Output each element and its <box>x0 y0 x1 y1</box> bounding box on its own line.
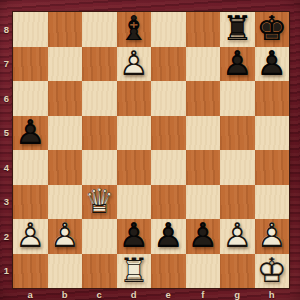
square-g1[interactable] <box>220 254 255 289</box>
white-pawn-outline: ♙ <box>13 218 48 253</box>
white-queen-outline: ♕ <box>82 183 117 218</box>
rank-label-2: 2 <box>0 219 13 254</box>
white-pawn-outline: ♙ <box>48 218 83 253</box>
square-h1[interactable]: ♚♔ <box>255 254 290 289</box>
square-f4[interactable] <box>186 150 221 185</box>
square-b4[interactable] <box>48 150 83 185</box>
square-a5[interactable]: ♟♙ <box>13 116 48 151</box>
square-e1[interactable] <box>151 254 186 289</box>
square-g2[interactable]: ♟♙ <box>220 219 255 254</box>
square-f1[interactable] <box>186 254 221 289</box>
white-pawn[interactable]: ♟♙ <box>48 219 83 254</box>
square-e8[interactable] <box>151 12 186 47</box>
white-rook-outline: ♖ <box>117 252 152 287</box>
square-c7[interactable] <box>82 47 117 82</box>
square-f7[interactable] <box>186 47 221 82</box>
square-f8[interactable] <box>186 12 221 47</box>
black-rook-outline: ♖ <box>220 11 255 46</box>
chess-board: ♝♗♜♖♚♔♟♙♟♙♟♙♟♙♛♕♟♙♟♙♟♙♟♙♟♙♟♙♟♙♜♖♚♔ <box>13 12 289 288</box>
file-label-a: a <box>13 288 48 300</box>
file-label-e: e <box>151 288 186 300</box>
square-g6[interactable] <box>220 81 255 116</box>
white-pawn-outline: ♙ <box>220 218 255 253</box>
file-label-f: f <box>186 288 221 300</box>
square-c6[interactable] <box>82 81 117 116</box>
white-pawn-outline: ♙ <box>255 218 290 253</box>
square-a7[interactable] <box>13 47 48 82</box>
black-pawn-outline: ♙ <box>151 218 186 253</box>
square-d1[interactable]: ♜♖ <box>117 254 152 289</box>
square-g7[interactable]: ♟♙ <box>220 47 255 82</box>
file-label-g: g <box>220 288 255 300</box>
square-e7[interactable] <box>151 47 186 82</box>
black-pawn-outline: ♙ <box>13 114 48 149</box>
black-pawn-outline: ♙ <box>220 45 255 80</box>
square-c5[interactable] <box>82 116 117 151</box>
black-pawn[interactable]: ♟♙ <box>151 219 186 254</box>
white-king-outline: ♔ <box>255 252 290 287</box>
square-g5[interactable] <box>220 116 255 151</box>
square-e6[interactable] <box>151 81 186 116</box>
square-d6[interactable] <box>117 81 152 116</box>
black-pawn-outline: ♙ <box>186 218 221 253</box>
white-queen[interactable]: ♛♕ <box>82 185 117 220</box>
black-pawn[interactable]: ♟♙ <box>255 47 290 82</box>
rank-label-7: 7 <box>0 47 13 82</box>
file-label-h: h <box>255 288 290 300</box>
square-e2[interactable]: ♟♙ <box>151 219 186 254</box>
square-h6[interactable] <box>255 81 290 116</box>
white-rook[interactable]: ♜♖ <box>117 254 152 289</box>
square-a1[interactable] <box>13 254 48 289</box>
square-b6[interactable] <box>48 81 83 116</box>
file-label-c: c <box>82 288 117 300</box>
white-king[interactable]: ♚♔ <box>255 254 290 289</box>
square-a8[interactable] <box>13 12 48 47</box>
square-d5[interactable] <box>117 116 152 151</box>
square-c2[interactable] <box>82 219 117 254</box>
white-pawn[interactable]: ♟♙ <box>13 219 48 254</box>
square-e4[interactable] <box>151 150 186 185</box>
white-pawn[interactable]: ♟♙ <box>117 47 152 82</box>
rank-label-1: 1 <box>0 254 13 289</box>
black-pawn-outline: ♙ <box>255 45 290 80</box>
square-h7[interactable]: ♟♙ <box>255 47 290 82</box>
black-pawn[interactable]: ♟♙ <box>220 47 255 82</box>
square-b7[interactable] <box>48 47 83 82</box>
black-bishop-outline: ♗ <box>117 11 152 46</box>
square-d4[interactable] <box>117 150 152 185</box>
black-pawn-outline: ♙ <box>117 218 152 253</box>
square-f2[interactable]: ♟♙ <box>186 219 221 254</box>
square-b8[interactable] <box>48 12 83 47</box>
square-e5[interactable] <box>151 116 186 151</box>
black-king-outline: ♔ <box>255 11 290 46</box>
white-pawn[interactable]: ♟♙ <box>220 219 255 254</box>
file-label-d: d <box>117 288 152 300</box>
square-a2[interactable]: ♟♙ <box>13 219 48 254</box>
square-d7[interactable]: ♟♙ <box>117 47 152 82</box>
square-f5[interactable] <box>186 116 221 151</box>
black-pawn[interactable]: ♟♙ <box>186 219 221 254</box>
rank-label-6: 6 <box>0 81 13 116</box>
rank-label-3: 3 <box>0 185 13 220</box>
square-c8[interactable] <box>82 12 117 47</box>
rank-label-5: 5 <box>0 116 13 151</box>
square-a4[interactable] <box>13 150 48 185</box>
rank-label-4: 4 <box>0 150 13 185</box>
square-b2[interactable]: ♟♙ <box>48 219 83 254</box>
rank-label-8: 8 <box>0 12 13 47</box>
square-g4[interactable] <box>220 150 255 185</box>
square-c3[interactable]: ♛♕ <box>82 185 117 220</box>
square-h5[interactable] <box>255 116 290 151</box>
board-frame: 87654321 abcdefgh ♝♗♜♖♚♔♟♙♟♙♟♙♟♙♛♕♟♙♟♙♟♙… <box>0 0 300 300</box>
square-h4[interactable] <box>255 150 290 185</box>
square-b5[interactable] <box>48 116 83 151</box>
square-c1[interactable] <box>82 254 117 289</box>
file-label-b: b <box>48 288 83 300</box>
square-b1[interactable] <box>48 254 83 289</box>
black-pawn[interactable]: ♟♙ <box>13 116 48 151</box>
white-pawn-outline: ♙ <box>117 45 152 80</box>
square-f6[interactable] <box>186 81 221 116</box>
